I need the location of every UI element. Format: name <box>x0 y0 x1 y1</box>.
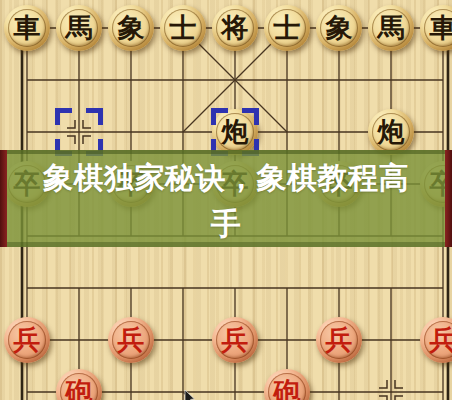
last-move-bracket-1-2 <box>55 108 103 156</box>
piece-black-象-6-0[interactable]: 象 <box>316 5 362 51</box>
piece-character: 士 <box>274 14 301 41</box>
piece-black-将-4-0[interactable]: 将 <box>212 5 258 51</box>
piece-character: 車 <box>430 14 452 41</box>
piece-red-兵-2-6[interactable]: 兵 <box>108 317 154 363</box>
piece-black-士-5-0[interactable]: 士 <box>264 5 310 51</box>
piece-character: 炮 <box>378 118 405 145</box>
banner-title-line2: 手 <box>0 201 452 247</box>
piece-black-炮-7-2[interactable]: 炮 <box>368 109 414 155</box>
piece-black-馬-7-0[interactable]: 馬 <box>368 5 414 51</box>
piece-character: 馬 <box>378 14 405 41</box>
piece-black-士-3-0[interactable]: 士 <box>160 5 206 51</box>
piece-character: 馬 <box>66 14 93 41</box>
mouse-cursor <box>184 390 198 400</box>
piece-character: 象 <box>326 14 353 41</box>
piece-character: 士 <box>170 14 197 41</box>
piece-red-兵-8-6[interactable]: 兵 <box>420 317 452 363</box>
last-move-bracket-4-2 <box>211 108 259 156</box>
piece-red-砲-5-7[interactable]: 砲 <box>264 369 310 400</box>
piece-black-車-0-0[interactable]: 車 <box>4 5 50 51</box>
piece-red-兵-6-6[interactable]: 兵 <box>316 317 362 363</box>
piece-character: 兵 <box>118 326 145 353</box>
piece-black-象-2-0[interactable]: 象 <box>108 5 154 51</box>
piece-character: 兵 <box>326 326 353 353</box>
piece-character: 将 <box>222 14 249 41</box>
piece-character: 砲 <box>274 378 301 400</box>
piece-character: 車 <box>14 14 41 41</box>
banner-title-line1: 象棋独家秘诀，象棋教程高 <box>0 155 452 201</box>
piece-black-車-8-0[interactable]: 車 <box>420 5 452 51</box>
title-banner-overlay: 象棋独家秘诀，象棋教程高 手 <box>0 150 452 247</box>
piece-red-兵-4-6[interactable]: 兵 <box>212 317 258 363</box>
piece-character: 兵 <box>14 326 41 353</box>
piece-character: 兵 <box>222 326 249 353</box>
piece-black-馬-1-0[interactable]: 馬 <box>56 5 102 51</box>
piece-character: 象 <box>118 14 145 41</box>
xiangqi-board: 車馬象士将士象馬車炮炮卒卒卒卒卒兵兵兵兵兵砲砲 象棋独家秘诀，象棋教程高 手 <box>0 0 452 400</box>
banner-title: 象棋独家秘诀，象棋教程高 手 <box>0 155 452 247</box>
piece-character: 砲 <box>66 378 93 400</box>
piece-character: 兵 <box>430 326 452 353</box>
piece-red-砲-1-7[interactable]: 砲 <box>56 369 102 400</box>
piece-red-兵-0-6[interactable]: 兵 <box>4 317 50 363</box>
